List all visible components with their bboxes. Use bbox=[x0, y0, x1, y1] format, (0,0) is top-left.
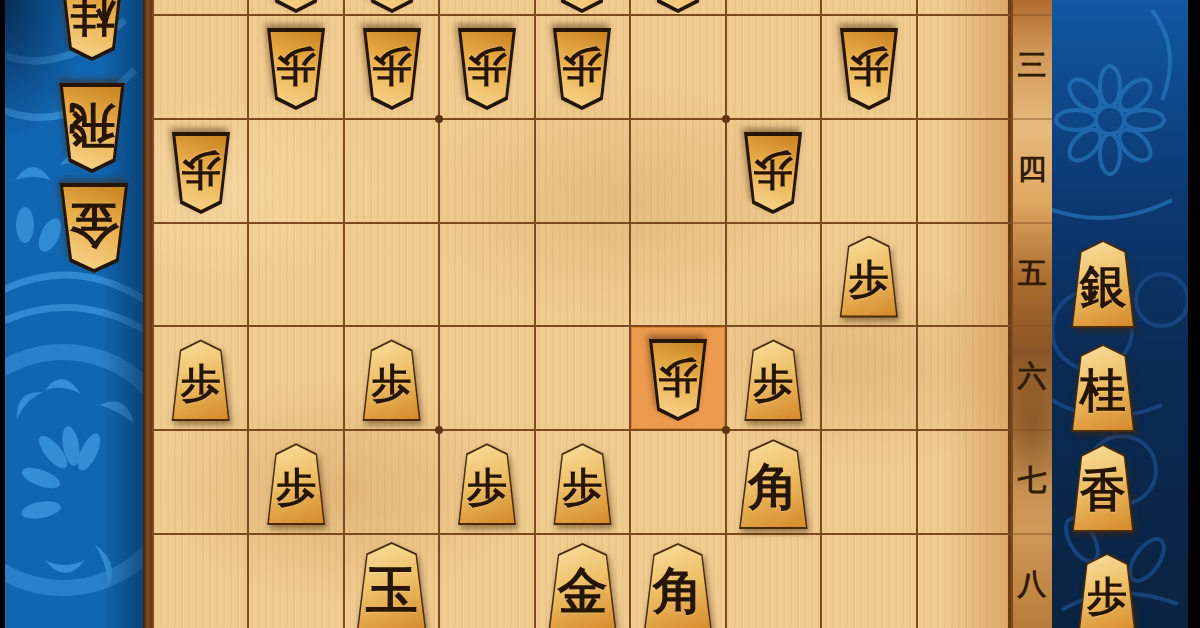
square-7四[interactable] bbox=[344, 119, 439, 223]
piece-gote-pawn-6三[interactable]: 歩 bbox=[454, 28, 520, 110]
piece-face: 歩 bbox=[742, 341, 804, 419]
rank-label-七: 七 bbox=[1012, 463, 1052, 497]
piece-gote-unknown-5二-tip[interactable] bbox=[549, 0, 615, 13]
square-1四[interactable] bbox=[917, 119, 1012, 223]
board-grid-line-extension bbox=[1012, 222, 1052, 224]
piece-face: 角 bbox=[641, 545, 715, 628]
piece-sente-pawn-3六[interactable]: 歩 bbox=[740, 339, 806, 421]
captured-gote-rook[interactable]: 飛 bbox=[55, 83, 129, 173]
piece-sente-bishop-4八[interactable]: 角 bbox=[639, 543, 717, 628]
rank-label-五: 五 bbox=[1012, 256, 1052, 290]
piece-sente-pawn-7六[interactable]: 歩 bbox=[359, 339, 425, 421]
piece-sente-pawn-6七[interactable]: 歩 bbox=[454, 443, 520, 525]
piece-face: 歩 bbox=[170, 341, 232, 419]
square-4四[interactable] bbox=[630, 119, 725, 223]
square-4七[interactable] bbox=[630, 430, 725, 534]
square-1三[interactable] bbox=[917, 15, 1012, 119]
square-6四[interactable] bbox=[439, 119, 534, 223]
piece-face: 歩 bbox=[265, 445, 327, 523]
piece-gote-pawn-4六[interactable]: 歩 bbox=[645, 339, 711, 421]
shogi-game-screen: 歩歩歩歩歩歩歩歩歩歩歩歩歩歩歩角玉金角桂飛金銀桂香歩三四五六七八 bbox=[0, 0, 1200, 628]
square-3五[interactable] bbox=[726, 223, 821, 327]
square-4五[interactable] bbox=[630, 223, 725, 327]
piece-sente-bishop-3七[interactable]: 角 bbox=[734, 439, 812, 529]
piece-kanji: 歩 bbox=[361, 341, 423, 419]
square-9七[interactable] bbox=[153, 430, 248, 534]
piece-sente-pawn-5七[interactable]: 歩 bbox=[549, 443, 615, 525]
square-6八[interactable] bbox=[439, 534, 534, 628]
piece-kanji: 歩 bbox=[551, 445, 613, 523]
square-2四[interactable] bbox=[821, 119, 916, 223]
piece-kanji: 歩 bbox=[170, 341, 232, 419]
rank-label-八: 八 bbox=[1012, 567, 1052, 601]
piece-gote-pawn-5三[interactable]: 歩 bbox=[549, 28, 615, 110]
piece-face: 金 bbox=[545, 545, 619, 628]
piece-sente-gold-5八[interactable]: 金 bbox=[543, 543, 621, 628]
square-6五[interactable] bbox=[439, 223, 534, 327]
piece-face: 玉 bbox=[354, 544, 430, 628]
piece-gote-pawn-7三[interactable]: 歩 bbox=[359, 28, 425, 110]
piece-kanji: 歩 bbox=[742, 341, 804, 419]
piece-kanji: 銀 bbox=[1069, 242, 1137, 326]
square-7七[interactable] bbox=[344, 430, 439, 534]
piece-kanji: 歩 bbox=[265, 445, 327, 523]
piece-kanji: 金 bbox=[545, 545, 619, 628]
board-grid-line-extension bbox=[1012, 118, 1052, 120]
square-1七[interactable] bbox=[917, 430, 1012, 534]
piece-face: 歩 bbox=[1076, 555, 1138, 628]
square-9三[interactable] bbox=[153, 15, 248, 119]
square-8四[interactable] bbox=[248, 119, 343, 223]
piece-kanji: 玉 bbox=[354, 544, 430, 628]
piece-kanji: 香 bbox=[1070, 446, 1136, 530]
piece-kanji: 角 bbox=[736, 441, 810, 527]
piece-gote-pawn-9四[interactable]: 歩 bbox=[168, 132, 234, 214]
screen-right-black-edge bbox=[1188, 0, 1200, 628]
captured-sente-lance[interactable]: 香 bbox=[1068, 444, 1138, 532]
captured-gote-gold[interactable]: 金 bbox=[55, 183, 133, 273]
captured-gote-knight[interactable]: 桂 bbox=[56, 0, 128, 61]
piece-gote-pawn-2三[interactable]: 歩 bbox=[836, 28, 902, 110]
piece-sente-king-7八[interactable]: 玉 bbox=[352, 542, 432, 628]
square-2八[interactable] bbox=[821, 534, 916, 628]
piece-gote-unknown-7二-tip[interactable] bbox=[359, 0, 425, 13]
piece-face: 歩 bbox=[838, 238, 900, 316]
square-5五[interactable] bbox=[535, 223, 630, 327]
piece-face: 香 bbox=[1070, 446, 1136, 530]
square-8八[interactable] bbox=[248, 534, 343, 628]
board-grid-line-extension bbox=[1012, 14, 1052, 16]
square-1六[interactable] bbox=[917, 326, 1012, 430]
square-1五[interactable] bbox=[917, 223, 1012, 327]
piece-sente-pawn-8七[interactable]: 歩 bbox=[263, 443, 329, 525]
square-8五[interactable] bbox=[248, 223, 343, 327]
square-3三[interactable] bbox=[726, 15, 821, 119]
board-grid-line-extension bbox=[1012, 429, 1052, 431]
board-grid-line-extension bbox=[1012, 325, 1052, 327]
piece-face: 角 bbox=[736, 441, 810, 527]
square-7五[interactable] bbox=[344, 223, 439, 327]
square-5六[interactable] bbox=[535, 326, 630, 430]
piece-kanji: 歩 bbox=[456, 445, 518, 523]
piece-kanji: 桂 bbox=[1069, 346, 1137, 430]
rank-label-六: 六 bbox=[1012, 359, 1052, 393]
square-8六[interactable] bbox=[248, 326, 343, 430]
piece-gote-unknown-4二-tip[interactable] bbox=[645, 0, 711, 13]
piece-face: 桂 bbox=[1069, 346, 1137, 430]
piece-face: 銀 bbox=[1069, 242, 1137, 326]
piece-kanji: 歩 bbox=[838, 238, 900, 316]
square-6六[interactable] bbox=[439, 326, 534, 430]
piece-gote-pawn-8三[interactable]: 歩 bbox=[263, 28, 329, 110]
piece-face: 歩 bbox=[456, 445, 518, 523]
captured-sente-pawn[interactable]: 歩 bbox=[1074, 553, 1140, 628]
piece-sente-pawn-9六[interactable]: 歩 bbox=[168, 339, 234, 421]
square-9八[interactable] bbox=[153, 534, 248, 628]
square-1八[interactable] bbox=[917, 534, 1012, 628]
captured-sente-silver[interactable]: 銀 bbox=[1067, 240, 1139, 328]
square-4三[interactable] bbox=[630, 15, 725, 119]
square-9五[interactable] bbox=[153, 223, 248, 327]
square-2六[interactable] bbox=[821, 326, 916, 430]
piece-gote-unknown-8二-tip[interactable] bbox=[263, 0, 329, 13]
board-grid-line-extension bbox=[1012, 533, 1052, 535]
square-2七[interactable] bbox=[821, 430, 916, 534]
piece-kanji: 歩 bbox=[1076, 555, 1138, 628]
rank-label-三: 三 bbox=[1012, 48, 1052, 82]
rank-label-四: 四 bbox=[1012, 152, 1052, 186]
square-5四[interactable] bbox=[535, 119, 630, 223]
piece-face: 歩 bbox=[361, 341, 423, 419]
piece-face: 歩 bbox=[551, 445, 613, 523]
piece-kanji: 角 bbox=[641, 545, 715, 628]
piece-sente-pawn-2五[interactable]: 歩 bbox=[836, 236, 902, 318]
square-3八[interactable] bbox=[726, 534, 821, 628]
captured-sente-knight[interactable]: 桂 bbox=[1067, 344, 1139, 432]
piece-gote-pawn-3四[interactable]: 歩 bbox=[740, 132, 806, 214]
